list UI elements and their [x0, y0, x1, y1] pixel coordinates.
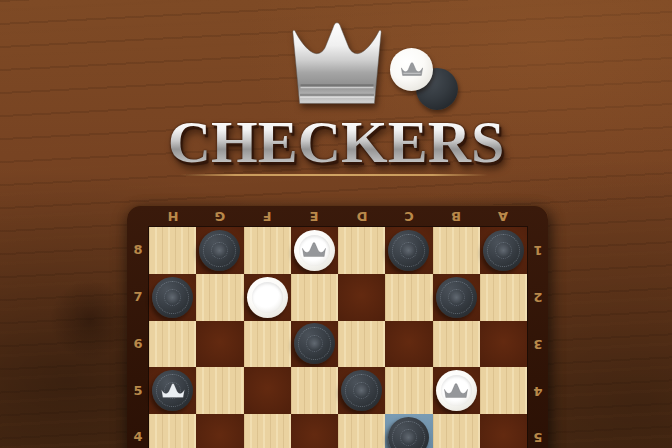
square-D7[interactable] [338, 274, 385, 321]
square-H8 [149, 227, 196, 274]
square-A6[interactable] [480, 321, 527, 368]
black-man-A8[interactable] [483, 230, 524, 271]
square-E8[interactable] [291, 227, 338, 274]
rank-label-left-7: 7 [127, 288, 149, 306]
square-G8[interactable] [196, 227, 243, 274]
square-F4 [244, 414, 291, 448]
black-man-G8[interactable] [199, 230, 240, 271]
square-A7 [480, 274, 527, 321]
square-B8 [433, 227, 480, 274]
square-G5 [196, 367, 243, 414]
white-king-checker-icon [390, 48, 433, 91]
rank-label-right-4: 4 [527, 382, 549, 400]
file-label-H: H [162, 207, 184, 225]
square-H4 [149, 414, 196, 448]
square-C7 [385, 274, 432, 321]
file-label-C: C [398, 207, 420, 225]
square-E5 [291, 367, 338, 414]
file-label-G: G [209, 207, 231, 225]
white-king-E8[interactable] [294, 230, 335, 271]
silver-crown-icon [289, 20, 385, 110]
black-man-C8[interactable] [388, 230, 429, 271]
black-man-C4[interactable] [388, 417, 429, 448]
board-frame: HGFEDCBA 87654 12345 [127, 205, 548, 448]
square-F7[interactable] [244, 274, 291, 321]
square-D6 [338, 321, 385, 368]
square-B4 [433, 414, 480, 448]
square-E4[interactable] [291, 414, 338, 448]
square-C5 [385, 367, 432, 414]
rank-label-left-5: 5 [127, 382, 149, 400]
white-man-F7[interactable] [247, 277, 288, 318]
square-H7[interactable] [149, 274, 196, 321]
rank-label-left-4: 4 [127, 428, 149, 446]
file-label-B: B [445, 207, 467, 225]
square-C6[interactable] [385, 321, 432, 368]
square-G4[interactable] [196, 414, 243, 448]
square-A8[interactable] [480, 227, 527, 274]
square-C4[interactable] [385, 414, 432, 448]
black-king-H5[interactable] [152, 370, 193, 411]
square-D8 [338, 227, 385, 274]
square-B7[interactable] [433, 274, 480, 321]
file-label-A: A [492, 207, 514, 225]
square-H5[interactable] [149, 367, 196, 414]
rank-label-right-1: 1 [527, 241, 549, 259]
black-man-H7[interactable] [152, 277, 193, 318]
board-grid [149, 227, 527, 448]
square-F5[interactable] [244, 367, 291, 414]
square-E7 [291, 274, 338, 321]
black-man-D5[interactable] [341, 370, 382, 411]
game-title: CHECKERS [0, 112, 672, 172]
square-A4[interactable] [480, 414, 527, 448]
square-H6 [149, 321, 196, 368]
square-E6[interactable] [291, 321, 338, 368]
rank-label-left-6: 6 [127, 335, 149, 353]
black-man-B7[interactable] [436, 277, 477, 318]
rank-label-right-2: 2 [527, 288, 549, 306]
square-B5[interactable] [433, 367, 480, 414]
black-man-E6[interactable] [294, 323, 335, 364]
white-king-B5[interactable] [436, 370, 477, 411]
rank-label-right-5: 5 [527, 428, 549, 446]
rank-label-left-8: 8 [127, 241, 149, 259]
square-D4 [338, 414, 385, 448]
rank-label-right-3: 3 [527, 335, 549, 353]
square-F8 [244, 227, 291, 274]
square-B6 [433, 321, 480, 368]
checkers-title-screen: { "game": "checkers", "header": { "title… [0, 0, 672, 448]
square-D5[interactable] [338, 367, 385, 414]
square-F6 [244, 321, 291, 368]
file-label-E: E [303, 207, 325, 225]
file-label-F: F [256, 207, 278, 225]
file-label-D: D [351, 207, 373, 225]
square-C8[interactable] [385, 227, 432, 274]
square-G6[interactable] [196, 321, 243, 368]
title-underline [180, 174, 488, 176]
square-G7 [196, 274, 243, 321]
square-A5 [480, 367, 527, 414]
